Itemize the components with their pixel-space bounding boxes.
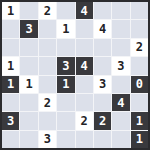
- cell-r6c2[interactable]: [20, 94, 37, 111]
- cell-r2c7[interactable]: [112, 20, 129, 37]
- cell-r8c8[interactable]: 1: [131, 131, 148, 148]
- cell-r7c1[interactable]: 3: [2, 112, 19, 129]
- cell-r7c7[interactable]: [112, 112, 129, 129]
- cell-r8c4[interactable]: [57, 131, 74, 148]
- cell-r8c2[interactable]: [20, 131, 37, 148]
- cell-r3c4[interactable]: [57, 39, 74, 56]
- cell-r6c5[interactable]: [76, 94, 93, 111]
- cell-r8c5[interactable]: [76, 131, 93, 148]
- cell-r3c7[interactable]: [112, 39, 129, 56]
- cell-r3c2[interactable]: [20, 39, 37, 56]
- cell-r3c1[interactable]: [2, 39, 19, 56]
- cell-r7c6[interactable]: 2: [94, 112, 111, 129]
- cell-r7c2[interactable]: [20, 112, 37, 129]
- cell-r5c1[interactable]: 1: [2, 76, 19, 93]
- cell-r2c1[interactable]: [2, 20, 19, 37]
- cell-r4c2[interactable]: [20, 57, 37, 74]
- cell-r1c6[interactable]: [94, 2, 111, 19]
- cell-r4c6[interactable]: [94, 57, 111, 74]
- puzzle-board: 124314213431113024322131: [0, 0, 150, 150]
- cell-r3c8[interactable]: 2: [131, 39, 148, 56]
- cell-r2c6[interactable]: 4: [94, 20, 111, 37]
- cell-r1c1[interactable]: 1: [2, 2, 19, 19]
- cell-r7c4[interactable]: [57, 112, 74, 129]
- cell-r5c7[interactable]: [112, 76, 129, 93]
- cell-r5c4[interactable]: 1: [57, 76, 74, 93]
- cell-r5c2[interactable]: 1: [20, 76, 37, 93]
- cell-r1c5[interactable]: 4: [76, 2, 93, 19]
- cell-r7c3[interactable]: [39, 112, 56, 129]
- cell-r6c8[interactable]: [131, 94, 148, 111]
- cell-r6c1[interactable]: [2, 94, 19, 111]
- cell-r4c1[interactable]: 1: [2, 57, 19, 74]
- cell-r2c2[interactable]: 3: [20, 20, 37, 37]
- cell-r8c6[interactable]: [94, 131, 111, 148]
- cell-r6c4[interactable]: [57, 94, 74, 111]
- cell-r5c8[interactable]: 0: [131, 76, 148, 93]
- puzzle-grid: 124314213431113024322131: [2, 2, 148, 148]
- cell-r5c6[interactable]: 3: [94, 76, 111, 93]
- cell-r6c7[interactable]: 4: [112, 94, 129, 111]
- cell-r4c3[interactable]: [39, 57, 56, 74]
- cell-r4c5[interactable]: 4: [76, 57, 93, 74]
- cell-r3c3[interactable]: [39, 39, 56, 56]
- cell-r5c3[interactable]: [39, 76, 56, 93]
- cell-r6c3[interactable]: 2: [39, 94, 56, 111]
- cell-r4c4[interactable]: 3: [57, 57, 74, 74]
- cell-r4c8[interactable]: [131, 57, 148, 74]
- cell-r1c2[interactable]: [20, 2, 37, 19]
- cell-r6c6[interactable]: [94, 94, 111, 111]
- cell-r8c3[interactable]: 3: [39, 131, 56, 148]
- cell-r1c3[interactable]: 2: [39, 2, 56, 19]
- cell-r2c3[interactable]: [39, 20, 56, 37]
- cell-r5c5[interactable]: [76, 76, 93, 93]
- cell-r1c7[interactable]: [112, 2, 129, 19]
- cell-r3c5[interactable]: [76, 39, 93, 56]
- cell-r8c1[interactable]: [2, 131, 19, 148]
- cell-r7c5[interactable]: 2: [76, 112, 93, 129]
- cell-r7c8[interactable]: 1: [131, 112, 148, 129]
- cell-r1c8[interactable]: [131, 2, 148, 19]
- cell-r2c8[interactable]: [131, 20, 148, 37]
- cell-r8c7[interactable]: [112, 131, 129, 148]
- cell-r3c6[interactable]: [94, 39, 111, 56]
- cell-r4c7[interactable]: 3: [112, 57, 129, 74]
- cell-r2c5[interactable]: [76, 20, 93, 37]
- cell-r1c4[interactable]: [57, 2, 74, 19]
- cell-r2c4[interactable]: 1: [57, 20, 74, 37]
